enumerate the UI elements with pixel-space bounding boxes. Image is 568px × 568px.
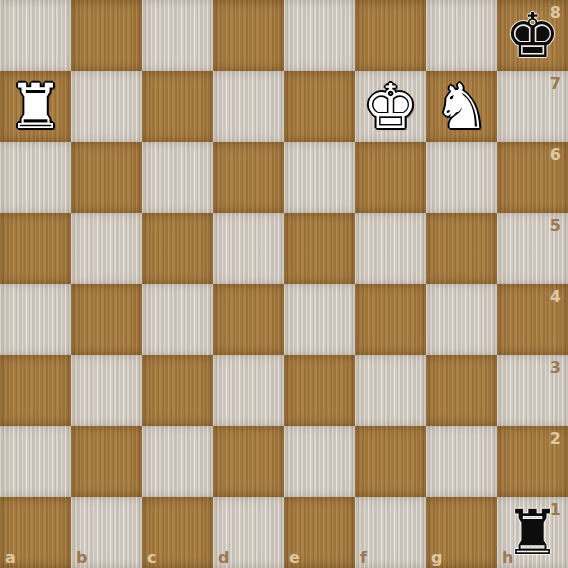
square-b6[interactable]	[71, 142, 142, 213]
square-g3[interactable]	[426, 355, 497, 426]
square-g2[interactable]	[426, 426, 497, 497]
file-label-f: f	[360, 548, 367, 567]
square-c6[interactable]	[142, 142, 213, 213]
square-g4[interactable]	[426, 284, 497, 355]
square-d5[interactable]	[213, 213, 284, 284]
square-h1[interactable]: 1h♜	[497, 497, 568, 568]
square-h6[interactable]: 6	[497, 142, 568, 213]
square-h3[interactable]: 3	[497, 355, 568, 426]
square-e5[interactable]	[284, 213, 355, 284]
square-d4[interactable]	[213, 284, 284, 355]
square-h5[interactable]: 5	[497, 213, 568, 284]
piece-white-knight[interactable]: ♞	[426, 71, 497, 142]
square-b7[interactable]	[71, 71, 142, 142]
square-a6[interactable]	[0, 142, 71, 213]
square-b2[interactable]	[71, 426, 142, 497]
file-label-b: b	[76, 548, 87, 567]
square-c8[interactable]	[142, 0, 213, 71]
square-e7[interactable]	[284, 71, 355, 142]
piece-black-king[interactable]: ♚	[497, 0, 568, 71]
square-a5[interactable]	[0, 213, 71, 284]
rank-label-7: 7	[550, 74, 561, 93]
square-c7[interactable]	[142, 71, 213, 142]
rank-label-5: 5	[550, 216, 561, 235]
square-h7[interactable]: 7	[497, 71, 568, 142]
square-f1[interactable]: f	[355, 497, 426, 568]
square-c3[interactable]	[142, 355, 213, 426]
square-g8[interactable]	[426, 0, 497, 71]
square-f6[interactable]	[355, 142, 426, 213]
square-d1[interactable]: d	[213, 497, 284, 568]
square-c2[interactable]	[142, 426, 213, 497]
square-f2[interactable]	[355, 426, 426, 497]
square-g1[interactable]: g	[426, 497, 497, 568]
square-d2[interactable]	[213, 426, 284, 497]
file-label-a: a	[5, 548, 16, 567]
square-e4[interactable]	[284, 284, 355, 355]
square-f5[interactable]	[355, 213, 426, 284]
piece-white-king[interactable]: ♚	[355, 71, 426, 142]
square-e8[interactable]	[284, 0, 355, 71]
square-a8[interactable]	[0, 0, 71, 71]
square-f8[interactable]	[355, 0, 426, 71]
file-label-e: e	[289, 548, 300, 567]
square-c5[interactable]	[142, 213, 213, 284]
rank-label-3: 3	[550, 358, 561, 377]
rank-label-6: 6	[550, 145, 561, 164]
square-d8[interactable]	[213, 0, 284, 71]
file-label-g: g	[431, 548, 442, 567]
chess-board: 8♚♜♚♞765432abcdefg1h♜	[0, 0, 568, 568]
square-c1[interactable]: c	[142, 497, 213, 568]
square-d6[interactable]	[213, 142, 284, 213]
rank-label-4: 4	[550, 287, 561, 306]
rank-label-2: 2	[550, 429, 561, 448]
square-a2[interactable]	[0, 426, 71, 497]
square-e2[interactable]	[284, 426, 355, 497]
square-a1[interactable]: a	[0, 497, 71, 568]
square-g6[interactable]	[426, 142, 497, 213]
square-b5[interactable]	[71, 213, 142, 284]
square-d7[interactable]	[213, 71, 284, 142]
piece-white-rook[interactable]: ♜	[0, 71, 71, 142]
square-f4[interactable]	[355, 284, 426, 355]
square-h2[interactable]: 2	[497, 426, 568, 497]
square-e6[interactable]	[284, 142, 355, 213]
square-d3[interactable]	[213, 355, 284, 426]
square-f3[interactable]	[355, 355, 426, 426]
square-e3[interactable]	[284, 355, 355, 426]
square-b8[interactable]	[71, 0, 142, 71]
square-e1[interactable]: e	[284, 497, 355, 568]
square-a3[interactable]	[0, 355, 71, 426]
square-h8[interactable]: 8♚	[497, 0, 568, 71]
square-g7[interactable]: ♞	[426, 71, 497, 142]
file-label-d: d	[218, 548, 229, 567]
file-label-c: c	[147, 548, 156, 567]
square-b4[interactable]	[71, 284, 142, 355]
square-a4[interactable]	[0, 284, 71, 355]
square-a7[interactable]: ♜	[0, 71, 71, 142]
square-f7[interactable]: ♚	[355, 71, 426, 142]
square-h4[interactable]: 4	[497, 284, 568, 355]
piece-black-rook[interactable]: ♜	[497, 497, 568, 568]
square-b1[interactable]: b	[71, 497, 142, 568]
square-b3[interactable]	[71, 355, 142, 426]
square-c4[interactable]	[142, 284, 213, 355]
square-g5[interactable]	[426, 213, 497, 284]
